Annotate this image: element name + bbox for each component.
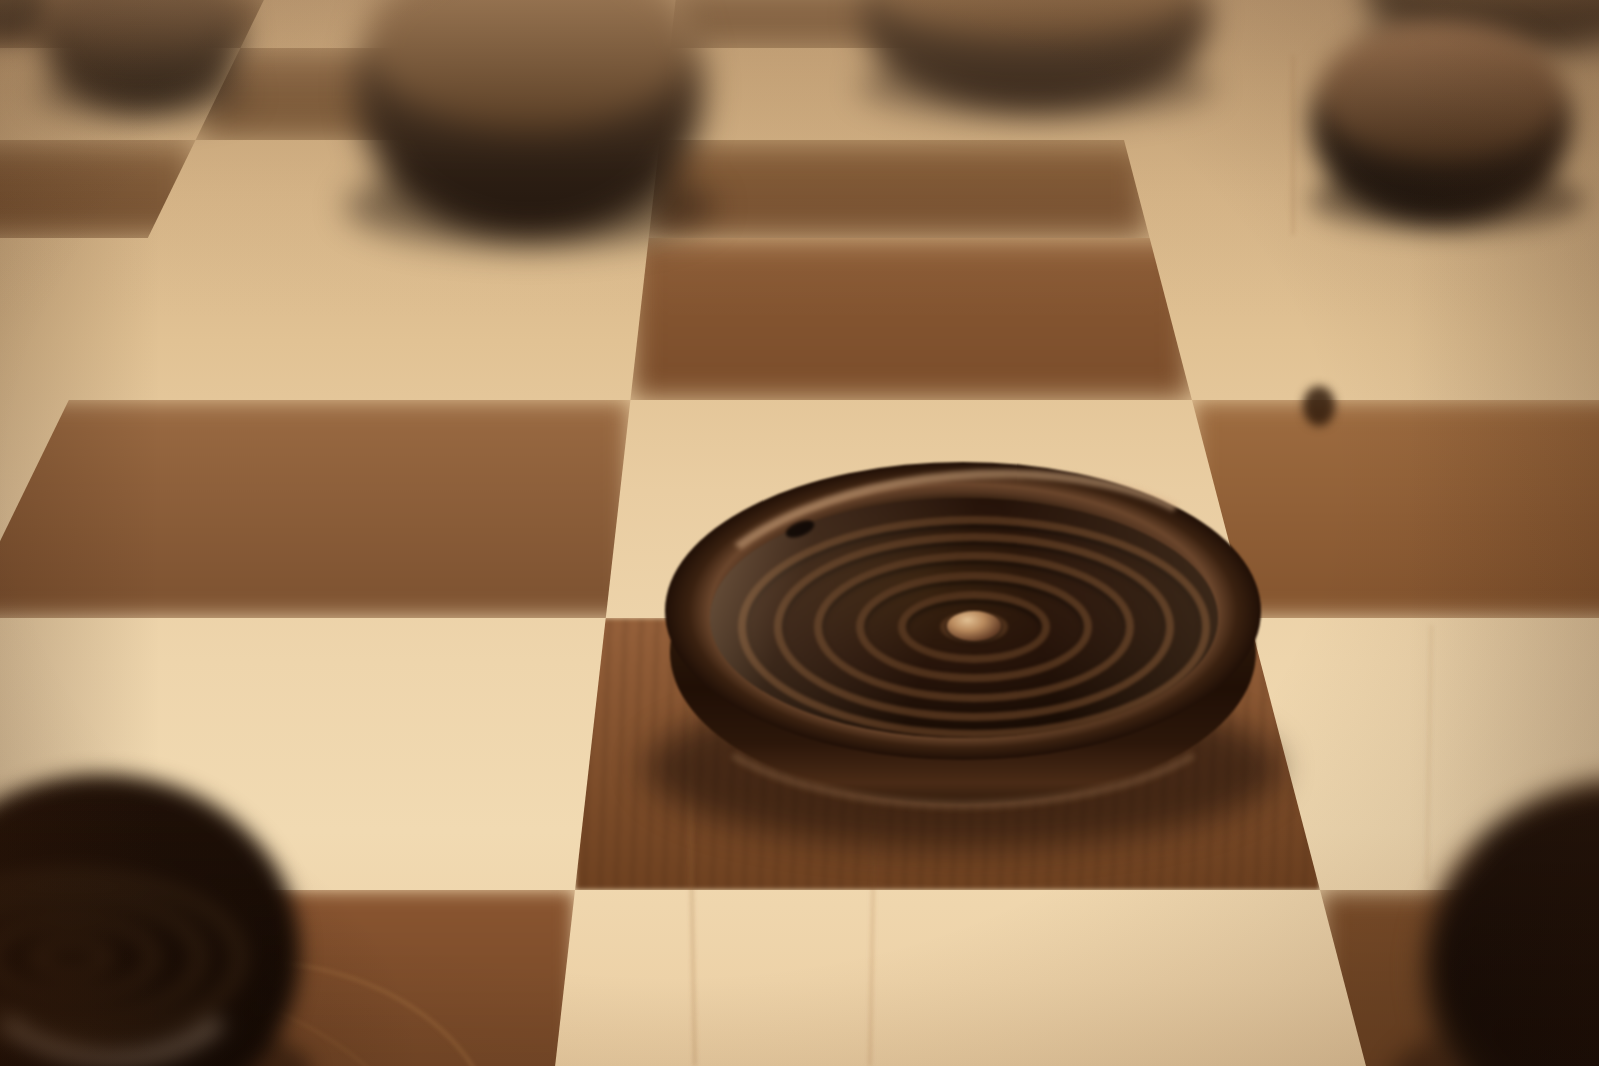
lighting-vignette-overlay bbox=[0, 0, 1599, 1066]
checkers-board-photo bbox=[0, 0, 1599, 1066]
